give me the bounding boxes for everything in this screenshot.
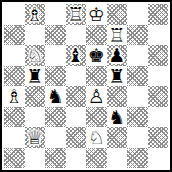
square-f1[interactable]	[107, 148, 128, 169]
square-h5[interactable]	[148, 66, 169, 87]
piece-white-rook: ♖	[67, 4, 84, 25]
square-e5[interactable]	[86, 66, 107, 87]
square-d2[interactable]	[66, 127, 87, 148]
piece-white-king: ♔	[88, 4, 105, 25]
square-g8[interactable]	[127, 4, 148, 25]
piece-white-queen: ♕	[26, 127, 43, 148]
piece-white-rook: ♖	[108, 25, 125, 46]
square-g1[interactable]	[127, 148, 148, 169]
square-d4[interactable]	[66, 86, 87, 107]
square-g7[interactable]	[127, 25, 148, 46]
square-h6[interactable]	[148, 45, 169, 66]
piece-black-rook: ♜	[26, 66, 43, 87]
square-d1[interactable]	[66, 148, 87, 169]
chess-board: ♗♖♔♖♘♝♚♟♜♜♗♞♙♞♕♘	[4, 4, 168, 168]
square-b8[interactable]: ♗	[25, 4, 46, 25]
square-h7[interactable]	[148, 25, 169, 46]
square-c2[interactable]	[45, 127, 66, 148]
piece-black-king: ♚	[88, 45, 105, 66]
square-a5[interactable]	[4, 66, 25, 87]
square-c7[interactable]	[45, 25, 66, 46]
square-f6[interactable]: ♟	[107, 45, 128, 66]
square-g5[interactable]	[127, 66, 148, 87]
square-b5[interactable]: ♜	[25, 66, 46, 87]
piece-black-bishop: ♝	[67, 45, 84, 66]
square-a8[interactable]	[4, 4, 25, 25]
square-b7[interactable]	[25, 25, 46, 46]
square-e8[interactable]: ♔	[86, 4, 107, 25]
square-c4[interactable]: ♞	[45, 86, 66, 107]
square-a6[interactable]	[4, 45, 25, 66]
square-f8[interactable]	[107, 4, 128, 25]
square-d7[interactable]	[66, 25, 87, 46]
piece-black-knight: ♞	[47, 86, 64, 107]
square-h4[interactable]	[148, 86, 169, 107]
square-b3[interactable]	[25, 107, 46, 128]
square-h3[interactable]	[148, 107, 169, 128]
square-a1[interactable]	[4, 148, 25, 169]
square-b2[interactable]: ♕	[25, 127, 46, 148]
square-e1[interactable]	[86, 148, 107, 169]
square-c1[interactable]	[45, 148, 66, 169]
piece-white-pawn: ♙	[88, 86, 105, 107]
square-c6[interactable]	[45, 45, 66, 66]
square-h8[interactable]	[148, 4, 169, 25]
square-b6[interactable]: ♘	[25, 45, 46, 66]
piece-black-knight: ♞	[108, 107, 125, 128]
piece-white-bishop: ♗	[6, 86, 23, 107]
square-h1[interactable]	[148, 148, 169, 169]
square-d8[interactable]: ♖	[66, 4, 87, 25]
square-d5[interactable]	[66, 66, 87, 87]
chess-board-frame: ♗♖♔♖♘♝♚♟♜♜♗♞♙♞♕♘	[0, 0, 172, 172]
piece-white-bishop: ♗	[26, 4, 43, 25]
square-e6[interactable]: ♚	[86, 45, 107, 66]
square-g3[interactable]	[127, 107, 148, 128]
square-g2[interactable]	[127, 127, 148, 148]
square-b1[interactable]	[25, 148, 46, 169]
square-e7[interactable]	[86, 25, 107, 46]
square-b4[interactable]	[25, 86, 46, 107]
square-d3[interactable]	[66, 107, 87, 128]
square-a2[interactable]	[4, 127, 25, 148]
square-a3[interactable]	[4, 107, 25, 128]
square-f7[interactable]: ♖	[107, 25, 128, 46]
square-d6[interactable]: ♝	[66, 45, 87, 66]
piece-black-pawn: ♟	[108, 45, 125, 66]
square-g4[interactable]	[127, 86, 148, 107]
square-c8[interactable]	[45, 4, 66, 25]
square-a4[interactable]: ♗	[4, 86, 25, 107]
square-c5[interactable]	[45, 66, 66, 87]
square-c3[interactable]	[45, 107, 66, 128]
piece-black-rook: ♜	[108, 66, 125, 87]
square-f4[interactable]	[107, 86, 128, 107]
piece-white-knight: ♘	[88, 127, 105, 148]
square-e4[interactable]: ♙	[86, 86, 107, 107]
square-e2[interactable]: ♘	[86, 127, 107, 148]
square-f5[interactable]: ♜	[107, 66, 128, 87]
square-f3[interactable]: ♞	[107, 107, 128, 128]
square-g6[interactable]	[127, 45, 148, 66]
square-f2[interactable]	[107, 127, 128, 148]
square-h2[interactable]	[148, 127, 169, 148]
piece-white-knight: ♘	[26, 45, 43, 66]
square-a7[interactable]	[4, 25, 25, 46]
square-e3[interactable]	[86, 107, 107, 128]
